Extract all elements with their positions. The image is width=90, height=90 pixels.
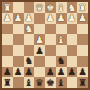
- square-c1[interactable]: [24, 2, 35, 13]
- square-h7[interactable]: ♟: [77, 67, 88, 78]
- square-f2[interactable]: ♟: [56, 13, 67, 24]
- piece-white-pawn[interactable]: ♟: [68, 13, 77, 23]
- square-d2[interactable]: [34, 13, 45, 24]
- square-g2[interactable]: ♟: [67, 13, 78, 24]
- square-c5[interactable]: [24, 45, 35, 56]
- piece-black-rook[interactable]: ♜: [78, 77, 87, 87]
- piece-black-pawn[interactable]: ♟: [14, 67, 23, 77]
- square-g8[interactable]: [67, 77, 78, 88]
- piece-black-pawn[interactable]: ♟: [35, 45, 44, 55]
- piece-white-bishop[interactable]: ♝: [57, 2, 66, 12]
- square-e8[interactable]: ♚: [45, 77, 56, 88]
- square-f7[interactable]: ♟: [56, 67, 67, 78]
- square-h3[interactable]: [77, 24, 88, 35]
- square-d3[interactable]: [34, 24, 45, 35]
- square-f8[interactable]: ♝: [56, 77, 67, 88]
- piece-white-knight[interactable]: ♞: [68, 2, 77, 12]
- square-c4[interactable]: [24, 34, 35, 45]
- square-h6[interactable]: [77, 56, 88, 67]
- square-c2[interactable]: ♟: [24, 13, 35, 24]
- piece-white-pawn[interactable]: ♟: [57, 13, 66, 23]
- square-g1[interactable]: ♞: [67, 2, 78, 13]
- square-d1[interactable]: ♛: [34, 2, 45, 13]
- square-e1[interactable]: ♚: [45, 2, 56, 13]
- square-a4[interactable]: [2, 34, 13, 45]
- square-e2[interactable]: ♟: [45, 13, 56, 24]
- square-h4[interactable]: [77, 34, 88, 45]
- piece-white-queen[interactable]: ♛: [35, 2, 44, 12]
- piece-white-pawn[interactable]: ♟: [78, 13, 87, 23]
- piece-black-pawn[interactable]: ♟: [25, 67, 34, 77]
- piece-black-pawn[interactable]: ♟: [68, 67, 77, 77]
- piece-white-king[interactable]: ♚: [46, 2, 55, 12]
- square-b8[interactable]: [13, 77, 24, 88]
- square-b6[interactable]: [13, 56, 24, 67]
- square-g6[interactable]: [67, 56, 78, 67]
- square-h1[interactable]: ♜: [77, 2, 88, 13]
- piece-black-knight[interactable]: ♞: [25, 56, 34, 66]
- piece-white-rook[interactable]: ♜: [78, 2, 87, 12]
- square-f3[interactable]: [56, 24, 67, 35]
- square-a8[interactable]: ♜: [2, 77, 13, 88]
- square-f5[interactable]: [56, 45, 67, 56]
- piece-white-pawn[interactable]: ♟: [14, 13, 23, 23]
- square-e3[interactable]: [45, 24, 56, 35]
- square-e4[interactable]: [45, 34, 56, 45]
- square-c3[interactable]: ♞: [24, 24, 35, 35]
- piece-black-pawn[interactable]: ♟: [3, 67, 12, 77]
- square-e5[interactable]: [45, 45, 56, 56]
- piece-white-rook[interactable]: ♜: [3, 2, 12, 12]
- square-e7[interactable]: ♟: [45, 67, 56, 78]
- piece-white-pawn[interactable]: ♟: [35, 34, 44, 44]
- square-d6[interactable]: [34, 56, 45, 67]
- square-b4[interactable]: [13, 34, 24, 45]
- square-b1[interactable]: [13, 2, 24, 13]
- square-b5[interactable]: [13, 45, 24, 56]
- square-f4[interactable]: ♝: [56, 34, 67, 45]
- square-c6[interactable]: ♞: [24, 56, 35, 67]
- square-a7[interactable]: ♟: [2, 67, 13, 78]
- square-a3[interactable]: [2, 24, 13, 35]
- square-a1[interactable]: ♜: [2, 2, 13, 13]
- chess-board-frame: ♜♛♚♝♞♜♟♟♟♟♟♟♟♞♟♝♟♞♞♟♟♟♟♟♟♟♜♝♛♚♝♜: [0, 0, 90, 90]
- piece-black-rook[interactable]: ♜: [3, 77, 12, 87]
- square-g5[interactable]: [67, 45, 78, 56]
- square-a6[interactable]: [2, 56, 13, 67]
- square-h8[interactable]: ♜: [77, 77, 88, 88]
- square-g4[interactable]: [67, 34, 78, 45]
- square-b3[interactable]: [13, 24, 24, 35]
- square-b2[interactable]: ♟: [13, 13, 24, 24]
- piece-black-bishop[interactable]: ♝: [57, 77, 66, 87]
- piece-black-knight[interactable]: ♞: [57, 56, 66, 66]
- square-a2[interactable]: ♟: [2, 13, 13, 24]
- square-d4[interactable]: ♟: [34, 34, 45, 45]
- piece-white-pawn[interactable]: ♟: [46, 13, 55, 23]
- square-e6[interactable]: [45, 56, 56, 67]
- piece-white-pawn[interactable]: ♟: [3, 13, 12, 23]
- square-d8[interactable]: ♛: [34, 77, 45, 88]
- chess-board[interactable]: ♜♛♚♝♞♜♟♟♟♟♟♟♟♞♟♝♟♞♞♟♟♟♟♟♟♟♜♝♛♚♝♜: [2, 2, 88, 88]
- square-c8[interactable]: ♝: [24, 77, 35, 88]
- piece-black-queen[interactable]: ♛: [35, 77, 44, 87]
- piece-white-pawn[interactable]: ♟: [25, 13, 34, 23]
- square-h2[interactable]: ♟: [77, 13, 88, 24]
- square-f6[interactable]: ♞: [56, 56, 67, 67]
- piece-white-knight[interactable]: ♞: [25, 24, 34, 34]
- piece-black-pawn[interactable]: ♟: [46, 67, 55, 77]
- piece-black-pawn[interactable]: ♟: [78, 67, 87, 77]
- square-g3[interactable]: [67, 24, 78, 35]
- square-b7[interactable]: ♟: [13, 67, 24, 78]
- square-d5[interactable]: ♟: [34, 45, 45, 56]
- piece-black-pawn[interactable]: ♟: [57, 67, 66, 77]
- square-c7[interactable]: ♟: [24, 67, 35, 78]
- piece-white-bishop[interactable]: ♝: [57, 34, 66, 44]
- piece-black-king[interactable]: ♚: [46, 77, 55, 87]
- square-f1[interactable]: ♝: [56, 2, 67, 13]
- square-d7[interactable]: [34, 67, 45, 78]
- square-a5[interactable]: [2, 45, 13, 56]
- piece-black-bishop[interactable]: ♝: [25, 77, 34, 87]
- square-h5[interactable]: [77, 45, 88, 56]
- square-g7[interactable]: ♟: [67, 67, 78, 78]
